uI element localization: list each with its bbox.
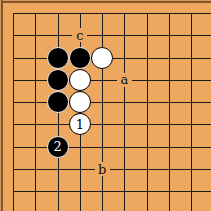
point-label-a[interactable]: a xyxy=(117,73,132,87)
white-stone[interactable] xyxy=(91,47,113,69)
black-stone[interactable] xyxy=(47,91,69,113)
white-stone-1[interactable]: 1 xyxy=(69,113,91,135)
white-stone[interactable] xyxy=(69,91,91,113)
black-stone[interactable] xyxy=(47,47,69,69)
stones-layer: 12cab xyxy=(2,2,211,211)
black-stone[interactable] xyxy=(69,47,91,69)
black-stone-2[interactable]: 2 xyxy=(47,136,69,158)
white-stone[interactable] xyxy=(69,69,91,91)
point-label-c[interactable]: c xyxy=(72,28,87,42)
point-label-b[interactable]: b xyxy=(95,162,110,176)
black-stone[interactable] xyxy=(47,69,69,91)
go-board-diagram: 12cab xyxy=(0,0,211,211)
